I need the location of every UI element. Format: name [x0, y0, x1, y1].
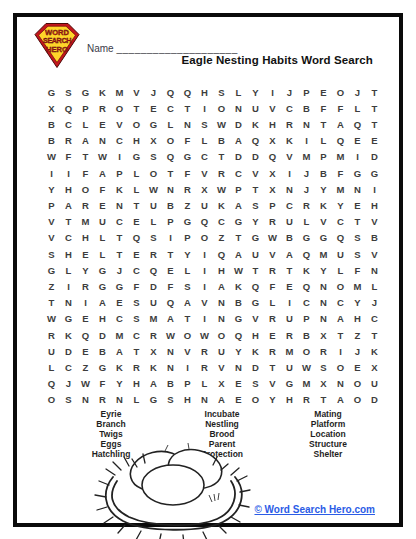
- grid-cell-r3c19: Q: [349, 116, 366, 132]
- grid-cell-r13c10: I: [196, 278, 213, 294]
- grid-cell-r18c4: G: [94, 359, 111, 375]
- grid-cell-r12c2: L: [60, 262, 77, 278]
- grid-cell-r18c6: R: [128, 359, 145, 375]
- grid-cell-r14c19: Y: [349, 295, 366, 311]
- grid-cell-r15c19: H: [349, 311, 366, 327]
- grid-cell-r10c9: P: [179, 230, 196, 246]
- grid-cell-r13c6: F: [128, 278, 145, 294]
- grid-cell-r10c4: L: [94, 230, 111, 246]
- name-row: Name ____________________: [87, 43, 238, 54]
- grid-cell-r5c14: Q: [264, 149, 281, 165]
- grid-cell-r2c6: T: [128, 100, 145, 116]
- grid-cell-r7c11: W: [213, 181, 230, 197]
- grid-cell-r8c9: Z: [179, 197, 196, 213]
- grid-cell-r14c17: N: [315, 295, 332, 311]
- grid-cell-r2c8: C: [162, 100, 179, 116]
- grid-cell-r15c12: G: [230, 311, 247, 327]
- grid-cell-r16c14: E: [264, 327, 281, 343]
- grid-cell-r15c4: H: [94, 311, 111, 327]
- grid-cell-r16c6: C: [128, 327, 145, 343]
- grid-cell-r8c3: R: [77, 197, 94, 213]
- grid-cell-r3c1: B: [43, 116, 60, 132]
- grid-cell-r1c9: Q: [179, 84, 196, 100]
- grid-cell-r10c12: T: [230, 230, 247, 246]
- grid-cell-r16c11: O: [213, 327, 230, 343]
- grid-cell-r6c7: O: [145, 165, 162, 181]
- grid-cell-r1c8: Q: [162, 84, 179, 100]
- grid-cell-r20c12: E: [230, 392, 247, 408]
- grid-cell-r14c3: I: [77, 295, 94, 311]
- grid-cell-r15c16: P: [298, 311, 315, 327]
- grid-cell-r2c17: F: [315, 100, 332, 116]
- grid-cell-r20c5: N: [111, 392, 128, 408]
- grid-cell-r14c8: Q: [162, 295, 179, 311]
- grid-cell-r6c10: V: [196, 165, 213, 181]
- page-title: Eagle Nesting Habits Word Search: [17, 54, 373, 66]
- grid-cell-r6c18: F: [332, 165, 349, 181]
- grid-cell-r16c4: D: [94, 327, 111, 343]
- grid-cell-r17c2: D: [60, 343, 77, 359]
- grid-cell-r8c10: U: [196, 197, 213, 213]
- grid-cell-r3c8: L: [162, 116, 179, 132]
- grid-cell-r14c15: I: [281, 295, 298, 311]
- grid-cell-r4c5: C: [111, 133, 128, 149]
- word-item: Shelter: [269, 450, 387, 460]
- grid-cell-r7c1: Y: [43, 181, 60, 197]
- grid-cell-r17c8: N: [162, 343, 179, 359]
- grid-cell-r4c13: Q: [247, 133, 264, 149]
- grid-cell-r15c2: G: [60, 311, 77, 327]
- grid-cell-r1c3: G: [77, 84, 94, 100]
- grid-cell-r20c18: A: [332, 392, 349, 408]
- grid-cell-r9c19: T: [349, 214, 366, 230]
- grid-cell-r16c16: B: [298, 327, 315, 343]
- grid-cell-r20c10: N: [196, 392, 213, 408]
- grid-cell-r16c8: W: [162, 327, 179, 343]
- grid-cell-r11c4: L: [94, 246, 111, 262]
- grid-cell-r20c11: A: [213, 392, 230, 408]
- grid-cell-r13c11: A: [213, 278, 230, 294]
- grid-cell-r13c18: O: [332, 278, 349, 294]
- grid-cell-r7c17: Y: [315, 181, 332, 197]
- grid-cell-r20c8: S: [162, 392, 179, 408]
- grid-cell-r9c17: V: [315, 214, 332, 230]
- grid-cell-r9c1: V: [43, 214, 60, 230]
- grid-cell-r12c14: R: [264, 262, 281, 278]
- grid-cell-r13c1: Z: [43, 278, 60, 294]
- grid-cell-r3c17: T: [315, 116, 332, 132]
- grid-cell-r1c4: K: [94, 84, 111, 100]
- grid-cell-r2c20: T: [366, 100, 383, 116]
- grid-cell-r16c12: Q: [230, 327, 247, 343]
- grid-cell-r14c2: N: [60, 295, 77, 311]
- grid-cell-r19c4: F: [94, 376, 111, 392]
- grid-cell-r5c4: W: [94, 149, 111, 165]
- grid-cell-r4c3: A: [77, 133, 94, 149]
- grid-cell-r7c18: M: [332, 181, 349, 197]
- grid-cell-r9c20: V: [366, 214, 383, 230]
- grid-cell-r8c18: Y: [332, 197, 349, 213]
- grid-cell-r2c9: T: [179, 100, 196, 116]
- grid-cell-r9c10: Q: [196, 214, 213, 230]
- grid-cell-r15c17: N: [315, 311, 332, 327]
- grid-cell-r18c15: U: [281, 359, 298, 375]
- grid-cell-r5c18: M: [332, 149, 349, 165]
- grid-cell-r17c3: E: [77, 343, 94, 359]
- grid-cell-r17c12: Y: [230, 343, 247, 359]
- grid-cell-r8c13: S: [247, 197, 264, 213]
- grid-cell-r14c12: B: [230, 295, 247, 311]
- grid-cell-r16c19: Z: [349, 327, 366, 343]
- grid-cell-r5c8: Q: [162, 149, 179, 165]
- grid-cell-r10c7: S: [145, 230, 162, 246]
- grid-cell-r9c3: M: [77, 214, 94, 230]
- grid-cell-r8c7: U: [145, 197, 162, 213]
- grid-cell-r11c19: S: [349, 246, 366, 262]
- grid-cell-r11c14: V: [264, 246, 281, 262]
- grid-cell-r10c3: H: [77, 230, 94, 246]
- grid-cell-r19c14: V: [264, 376, 281, 392]
- grid-cell-r1c6: V: [128, 84, 145, 100]
- grid-cell-r12c13: T: [247, 262, 264, 278]
- grid-cell-r5c17: P: [315, 149, 332, 165]
- grid-cell-r7c13: T: [247, 181, 264, 197]
- grid-cell-r19c19: O: [349, 376, 366, 392]
- grid-cell-r13c17: N: [315, 278, 332, 294]
- grid-cell-r6c2: I: [60, 165, 77, 181]
- grid-cell-r18c10: R: [196, 359, 213, 375]
- grid-cell-r18c2: C: [60, 359, 77, 375]
- grid-cell-r15c9: T: [179, 311, 196, 327]
- grid-cell-r14c11: N: [213, 295, 230, 311]
- copyright-link[interactable]: © Word Search Hero.com: [254, 504, 375, 515]
- grid-cell-r19c3: W: [77, 376, 94, 392]
- grid-cell-r19c12: E: [230, 376, 247, 392]
- grid-cell-r12c7: Q: [145, 262, 162, 278]
- grid-cell-r12c9: L: [179, 262, 196, 278]
- grid-cell-r16c9: O: [179, 327, 196, 343]
- grid-cell-r8c12: A: [230, 197, 247, 213]
- grid-cell-r1c7: J: [145, 84, 162, 100]
- grid-cell-r3c11: W: [213, 116, 230, 132]
- grid-cell-r15c1: W: [43, 311, 60, 327]
- grid-cell-r18c1: L: [43, 359, 60, 375]
- grid-cell-r11c3: E: [77, 246, 94, 262]
- grid-cell-r18c16: W: [298, 359, 315, 375]
- grid-cell-r20c2: S: [60, 392, 77, 408]
- grid-cell-r12c8: E: [162, 262, 179, 278]
- grid-cell-r2c3: P: [77, 100, 94, 116]
- grid-cell-r17c17: R: [315, 343, 332, 359]
- grid-cell-r14c10: V: [196, 295, 213, 311]
- grid-cell-r16c7: R: [145, 327, 162, 343]
- grid-cell-r1c13: Y: [247, 84, 264, 100]
- grid-cell-r19c15: G: [281, 376, 298, 392]
- grid-cell-r8c17: K: [315, 197, 332, 213]
- grid-cell-r15c7: M: [145, 311, 162, 327]
- grid-cell-r18c14: T: [264, 359, 281, 375]
- svg-text:HERO: HERO: [46, 45, 68, 54]
- grid-cell-r4c14: X: [264, 133, 281, 149]
- grid-cell-r1c2: S: [60, 84, 77, 100]
- grid-cell-r10c5: T: [111, 230, 128, 246]
- grid-cell-r17c9: V: [179, 343, 196, 359]
- grid-cell-r4c10: L: [196, 133, 213, 149]
- grid-cell-r6c5: P: [111, 165, 128, 181]
- grid-cell-r16c13: H: [247, 327, 264, 343]
- grid-cell-r6c16: J: [298, 165, 315, 181]
- name-blank-line: ____________________: [116, 43, 237, 54]
- grid-cell-r18c3: Z: [77, 359, 94, 375]
- grid-cell-r6c17: B: [315, 165, 332, 181]
- grid-cell-r17c18: I: [332, 343, 349, 359]
- grid-cell-r6c6: L: [128, 165, 145, 181]
- grid-cell-r15c6: S: [128, 311, 145, 327]
- grid-cell-r11c8: T: [162, 246, 179, 262]
- grid-cell-r19c16: M: [298, 376, 315, 392]
- grid-cell-r19c11: X: [213, 376, 230, 392]
- grid-cell-r20c19: O: [349, 392, 366, 408]
- grid-cell-r9c5: C: [111, 214, 128, 230]
- grid-cell-r6c1: I: [43, 165, 60, 181]
- grid-cell-r13c2: I: [60, 278, 77, 294]
- grid-cell-r10c14: W: [264, 230, 281, 246]
- grid-cell-r14c9: A: [179, 295, 196, 311]
- grid-cell-r5c13: D: [247, 149, 264, 165]
- grid-cell-r7c5: K: [111, 181, 128, 197]
- grid-cell-r18c20: X: [366, 359, 383, 375]
- grid-cell-r13c8: F: [162, 278, 179, 294]
- grid-cell-r9c8: P: [162, 214, 179, 230]
- grid-cell-r19c6: H: [128, 376, 145, 392]
- grid-cell-r12c3: Y: [77, 262, 94, 278]
- grid-cell-r16c17: X: [315, 327, 332, 343]
- grid-cell-r18c12: N: [230, 359, 247, 375]
- grid-cell-r11c5: T: [111, 246, 128, 262]
- grid-cell-r14c7: U: [145, 295, 162, 311]
- grid-cell-r10c11: Z: [213, 230, 230, 246]
- grid-cell-r13c12: K: [230, 278, 247, 294]
- nest-illustration: [93, 435, 265, 539]
- grid-cell-r18c18: O: [332, 359, 349, 375]
- grid-cell-r9c11: C: [213, 214, 230, 230]
- grid-cell-r17c13: K: [247, 343, 264, 359]
- grid-cell-r17c10: R: [196, 343, 213, 359]
- grid-cell-r19c20: U: [366, 376, 383, 392]
- grid-cell-r17c19: J: [349, 343, 366, 359]
- grid-cell-r17c11: U: [213, 343, 230, 359]
- grid-cell-r5c1: W: [43, 149, 60, 165]
- grid-cell-r14c6: S: [128, 295, 145, 311]
- grid-cell-r19c9: P: [179, 376, 196, 392]
- grid-cell-r11c16: Q: [298, 246, 315, 262]
- grid-cell-r9c18: C: [332, 214, 349, 230]
- grid-cell-r10c20: B: [366, 230, 383, 246]
- grid-cell-r12c20: N: [366, 262, 383, 278]
- grid-cell-r11c18: U: [332, 246, 349, 262]
- grid-cell-r17c6: T: [128, 343, 145, 359]
- grid-cell-r3c6: O: [128, 116, 145, 132]
- name-label: Name: [87, 43, 114, 54]
- grid-cell-r14c20: J: [366, 295, 383, 311]
- grid-cell-r20c1: O: [43, 392, 60, 408]
- grid-cell-r16c1: R: [43, 327, 60, 343]
- grid-cell-r14c13: G: [247, 295, 264, 311]
- grid-cell-r17c5: A: [111, 343, 128, 359]
- grid-cell-r1c17: E: [315, 84, 332, 100]
- grid-cell-r13c16: Q: [298, 278, 315, 294]
- grid-cell-r4c16: I: [298, 133, 315, 149]
- grid-cell-r13c4: G: [94, 278, 111, 294]
- grid-cell-r9c16: L: [298, 214, 315, 230]
- grid-cell-r19c17: X: [315, 376, 332, 392]
- grid-cell-r1c11: S: [213, 84, 230, 100]
- grid-cell-r6c4: A: [94, 165, 111, 181]
- grid-cell-r4c6: H: [128, 133, 145, 149]
- grid-cell-r10c19: S: [349, 230, 366, 246]
- grid-cell-r18c11: V: [213, 359, 230, 375]
- word-column-3: MatingPlatformLocationStructureShelter: [269, 410, 387, 460]
- grid-cell-r3c14: H: [264, 116, 281, 132]
- grid-cell-r16c3: Q: [77, 327, 94, 343]
- grid-cell-r12c6: C: [128, 262, 145, 278]
- grid-cell-r8c14: P: [264, 197, 281, 213]
- grid-cell-r8c1: P: [43, 197, 60, 213]
- grid-cell-r10c13: G: [247, 230, 264, 246]
- grid-cell-r6c3: F: [77, 165, 94, 181]
- grid-cell-r17c16: O: [298, 343, 315, 359]
- grid-cell-r5c11: T: [213, 149, 230, 165]
- grid-cell-r15c8: A: [162, 311, 179, 327]
- grid-cell-r8c6: T: [128, 197, 145, 213]
- grid-cell-r19c7: A: [145, 376, 162, 392]
- grid-cell-r7c3: O: [77, 181, 94, 197]
- grid-cell-r1c10: H: [196, 84, 213, 100]
- grid-cell-r11c6: E: [128, 246, 145, 262]
- grid-cell-r11c9: Y: [179, 246, 196, 262]
- grid-cell-r5c7: S: [145, 149, 162, 165]
- grid-cell-r7c14: X: [264, 181, 281, 197]
- grid-cell-r16c18: T: [332, 327, 349, 343]
- grid-cell-r6c11: R: [213, 165, 230, 181]
- grid-cell-r10c6: Q: [128, 230, 145, 246]
- grid-cell-r9c6: E: [128, 214, 145, 230]
- grid-cell-r9c9: G: [179, 214, 196, 230]
- grid-cell-r2c14: V: [264, 100, 281, 116]
- grid-cell-r6c12: C: [230, 165, 247, 181]
- grid-cell-r7c15: N: [281, 181, 298, 197]
- grid-cell-r5c6: G: [128, 149, 145, 165]
- worksheet-page: WORD SEARCH HERO Name __________________…: [13, 13, 403, 527]
- grid-cell-r12c5: J: [111, 262, 128, 278]
- grid-cell-r15c20: C: [366, 311, 383, 327]
- grid-cell-r12c19: F: [349, 262, 366, 278]
- grid-cell-r11c20: V: [366, 246, 383, 262]
- grid-cell-r7c10: X: [196, 181, 213, 197]
- grid-cell-r12c4: G: [94, 262, 111, 278]
- grid-cell-r19c8: B: [162, 376, 179, 392]
- grid-cell-r3c15: R: [281, 116, 298, 132]
- grid-cell-r4c20: E: [366, 133, 383, 149]
- grid-cell-r9c13: Y: [247, 214, 264, 230]
- grid-cell-r6c15: I: [281, 165, 298, 181]
- grid-cell-r12c15: T: [281, 262, 298, 278]
- grid-cell-r13c15: E: [281, 278, 298, 294]
- grid-cell-r1c14: I: [264, 84, 281, 100]
- grid-cell-r2c7: E: [145, 100, 162, 116]
- grid-cell-r20c7: G: [145, 392, 162, 408]
- grid-cell-r11c2: H: [60, 246, 77, 262]
- grid-cell-r15c18: A: [332, 311, 349, 327]
- grid-cell-r13c9: S: [179, 278, 196, 294]
- grid-cell-r20c14: Y: [264, 392, 281, 408]
- grid-cell-r8c15: C: [281, 197, 298, 213]
- grid-cell-r11c15: A: [281, 246, 298, 262]
- grid-cell-r9c7: L: [145, 214, 162, 230]
- grid-cell-r14c16: C: [298, 295, 315, 311]
- grid-cell-r15c5: C: [111, 311, 128, 327]
- grid-cell-r13c3: R: [77, 278, 94, 294]
- grid-cell-r13c7: D: [145, 278, 162, 294]
- grid-cell-r3c9: N: [179, 116, 196, 132]
- grid-cell-r9c4: U: [94, 214, 111, 230]
- grid-cell-r3c13: K: [247, 116, 264, 132]
- grid-cell-r8c4: E: [94, 197, 111, 213]
- grid-cell-r11c12: A: [230, 246, 247, 262]
- grid-cell-r1c16: P: [298, 84, 315, 100]
- grid-cell-r7c19: N: [349, 181, 366, 197]
- grid-cell-r15c10: I: [196, 311, 213, 327]
- grid-cell-r19c13: S: [247, 376, 264, 392]
- grid-cell-r2c1: X: [43, 100, 60, 116]
- grid-cell-r3c4: E: [94, 116, 111, 132]
- grid-cell-r18c7: K: [145, 359, 162, 375]
- grid-cell-r4c7: X: [145, 133, 162, 149]
- grid-cell-r19c10: L: [196, 376, 213, 392]
- grid-cell-r13c14: F: [264, 278, 281, 294]
- grid-cell-r17c1: U: [43, 343, 60, 359]
- grid-cell-r20c20: D: [366, 392, 383, 408]
- grid-cell-r17c4: B: [94, 343, 111, 359]
- grid-cell-r1c15: J: [281, 84, 298, 100]
- grid-cell-r14c14: L: [264, 295, 281, 311]
- grid-cell-r7c8: N: [162, 181, 179, 197]
- grid-cell-r5c16: M: [298, 149, 315, 165]
- grid-cell-r2c5: O: [111, 100, 128, 116]
- grid-cell-r18c17: S: [315, 359, 332, 375]
- grid-cell-r10c10: O: [196, 230, 213, 246]
- grid-cell-r20c17: T: [315, 392, 332, 408]
- grid-cell-r12c17: Y: [315, 262, 332, 278]
- grid-cell-r4c9: F: [179, 133, 196, 149]
- grid-cell-r13c20: L: [366, 278, 383, 294]
- grid-cell-r1c20: T: [366, 84, 383, 100]
- grid-cell-r3c7: G: [145, 116, 162, 132]
- grid-cell-r12c18: L: [332, 262, 349, 278]
- grid-cell-r4c2: R: [60, 133, 77, 149]
- grid-cell-r2c10: I: [196, 100, 213, 116]
- grid-cell-r5c10: C: [196, 149, 213, 165]
- grid-cell-r5c12: D: [230, 149, 247, 165]
- grid-cell-r11c10: I: [196, 246, 213, 262]
- grid-cell-r18c5: K: [111, 359, 128, 375]
- letter-grid: GSGKMVJQQHSLYIJPEOJTXQPROTECTIONUVCBFFLT…: [43, 84, 383, 408]
- grid-cell-r6c20: G: [366, 165, 383, 181]
- grid-cell-r5c19: I: [349, 149, 366, 165]
- grid-cell-r11c17: M: [315, 246, 332, 262]
- grid-cell-r9c15: U: [281, 214, 298, 230]
- grid-cell-r20c4: R: [94, 392, 111, 408]
